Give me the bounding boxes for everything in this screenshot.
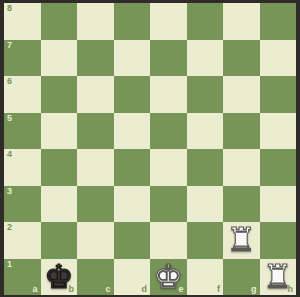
square-c6[interactable] bbox=[77, 76, 114, 113]
square-g1[interactable]: g bbox=[223, 259, 260, 296]
square-h5[interactable] bbox=[260, 113, 297, 150]
square-e5[interactable] bbox=[150, 113, 187, 150]
square-d2[interactable] bbox=[114, 222, 151, 259]
rank-label-8: 8 bbox=[7, 4, 12, 13]
square-a6[interactable]: 6 bbox=[4, 76, 41, 113]
square-b1[interactable]: b♚ bbox=[41, 259, 78, 296]
square-a4[interactable]: 4 bbox=[4, 149, 41, 186]
square-g5[interactable] bbox=[223, 113, 260, 150]
square-b3[interactable] bbox=[41, 186, 78, 223]
square-d8[interactable] bbox=[114, 3, 151, 40]
square-c8[interactable] bbox=[77, 3, 114, 40]
square-d7[interactable] bbox=[114, 40, 151, 77]
square-g7[interactable] bbox=[223, 40, 260, 77]
square-e3[interactable] bbox=[150, 186, 187, 223]
square-h8[interactable] bbox=[260, 3, 297, 40]
square-f7[interactable] bbox=[187, 40, 224, 77]
square-g6[interactable] bbox=[223, 76, 260, 113]
square-f6[interactable] bbox=[187, 76, 224, 113]
square-c3[interactable] bbox=[77, 186, 114, 223]
file-label-c: c bbox=[105, 285, 110, 294]
square-b4[interactable] bbox=[41, 149, 78, 186]
square-a7[interactable]: 7 bbox=[4, 40, 41, 77]
square-d5[interactable] bbox=[114, 113, 151, 150]
square-g2[interactable]: ♜ bbox=[223, 222, 260, 259]
square-f2[interactable] bbox=[187, 222, 224, 259]
square-h3[interactable] bbox=[260, 186, 297, 223]
square-h6[interactable] bbox=[260, 76, 297, 113]
rank-label-3: 3 bbox=[7, 187, 12, 196]
square-b2[interactable] bbox=[41, 222, 78, 259]
rank-label-7: 7 bbox=[7, 41, 12, 50]
square-a2[interactable]: 2 bbox=[4, 222, 41, 259]
square-f4[interactable] bbox=[187, 149, 224, 186]
square-e4[interactable] bbox=[150, 149, 187, 186]
square-d6[interactable] bbox=[114, 76, 151, 113]
square-b7[interactable] bbox=[41, 40, 78, 77]
square-g4[interactable] bbox=[223, 149, 260, 186]
rank-label-6: 6 bbox=[7, 77, 12, 86]
square-g8[interactable] bbox=[223, 3, 260, 40]
square-h7[interactable] bbox=[260, 40, 297, 77]
square-c5[interactable] bbox=[77, 113, 114, 150]
square-e8[interactable] bbox=[150, 3, 187, 40]
square-c2[interactable] bbox=[77, 222, 114, 259]
square-d1[interactable]: d bbox=[114, 259, 151, 296]
square-g3[interactable] bbox=[223, 186, 260, 223]
square-a1[interactable]: 1a bbox=[4, 259, 41, 296]
file-label-d: d bbox=[142, 285, 148, 294]
square-a3[interactable]: 3 bbox=[4, 186, 41, 223]
square-c4[interactable] bbox=[77, 149, 114, 186]
chess-app-frame: 8765432♜1ab♚cde♚fgh♜ bbox=[0, 0, 300, 297]
rank-label-4: 4 bbox=[7, 150, 12, 159]
square-h2[interactable] bbox=[260, 222, 297, 259]
square-e2[interactable] bbox=[150, 222, 187, 259]
square-h1[interactable]: h♜ bbox=[260, 259, 297, 296]
square-h4[interactable] bbox=[260, 149, 297, 186]
square-b6[interactable] bbox=[41, 76, 78, 113]
file-label-f: f bbox=[217, 285, 220, 294]
square-f3[interactable] bbox=[187, 186, 224, 223]
white-rook-icon[interactable]: ♜ bbox=[260, 259, 297, 296]
file-label-a: a bbox=[32, 285, 37, 294]
square-b8[interactable] bbox=[41, 3, 78, 40]
white-rook-icon[interactable]: ♜ bbox=[223, 222, 260, 259]
square-d3[interactable] bbox=[114, 186, 151, 223]
square-f8[interactable] bbox=[187, 3, 224, 40]
black-king-icon[interactable]: ♚ bbox=[41, 259, 78, 296]
chess-board: 8765432♜1ab♚cde♚fgh♜ bbox=[4, 3, 296, 295]
square-e1[interactable]: e♚ bbox=[150, 259, 187, 296]
square-f5[interactable] bbox=[187, 113, 224, 150]
square-a5[interactable]: 5 bbox=[4, 113, 41, 150]
square-f1[interactable]: f bbox=[187, 259, 224, 296]
rank-label-2: 2 bbox=[7, 223, 12, 232]
square-b5[interactable] bbox=[41, 113, 78, 150]
square-c7[interactable] bbox=[77, 40, 114, 77]
square-c1[interactable]: c bbox=[77, 259, 114, 296]
square-d4[interactable] bbox=[114, 149, 151, 186]
square-e7[interactable] bbox=[150, 40, 187, 77]
rank-label-5: 5 bbox=[7, 114, 12, 123]
white-king-icon[interactable]: ♚ bbox=[150, 259, 187, 296]
square-a8[interactable]: 8 bbox=[4, 3, 41, 40]
rank-label-1: 1 bbox=[7, 260, 12, 269]
file-label-g: g bbox=[251, 285, 257, 294]
square-e6[interactable] bbox=[150, 76, 187, 113]
